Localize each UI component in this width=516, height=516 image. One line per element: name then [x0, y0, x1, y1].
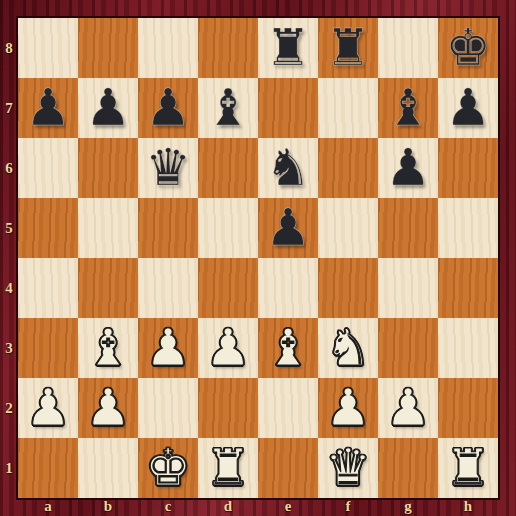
square-g1[interactable]	[378, 438, 438, 498]
square-f5[interactable]	[318, 198, 378, 258]
file-label-d: d	[198, 497, 258, 516]
square-d4[interactable]	[198, 258, 258, 318]
square-h5[interactable]	[438, 198, 498, 258]
square-f4[interactable]	[318, 258, 378, 318]
file-label-b: b	[78, 497, 138, 516]
square-e2[interactable]	[258, 378, 318, 438]
piece-black-knight-e6[interactable]: ♞	[265, 138, 311, 198]
square-b3[interactable]: ♝	[78, 318, 138, 378]
square-h4[interactable]	[438, 258, 498, 318]
file-label-c: c	[138, 497, 198, 516]
square-f6[interactable]	[318, 138, 378, 198]
square-f7[interactable]	[318, 78, 378, 138]
square-b4[interactable]	[78, 258, 138, 318]
piece-black-pawn-g6[interactable]: ♟	[385, 138, 431, 198]
piece-black-pawn-h7[interactable]: ♟	[445, 78, 491, 138]
square-e6[interactable]: ♞	[258, 138, 318, 198]
square-c8[interactable]	[138, 18, 198, 78]
square-a7[interactable]: ♟	[18, 78, 78, 138]
rank-label-5: 5	[0, 198, 18, 258]
square-a2[interactable]: ♟	[18, 378, 78, 438]
square-e3[interactable]: ♝	[258, 318, 318, 378]
square-e1[interactable]	[258, 438, 318, 498]
square-a3[interactable]	[18, 318, 78, 378]
square-b1[interactable]	[78, 438, 138, 498]
piece-black-bishop-d7[interactable]: ♝	[205, 78, 251, 138]
square-d7[interactable]: ♝	[198, 78, 258, 138]
square-h3[interactable]	[438, 318, 498, 378]
piece-black-pawn-c7[interactable]: ♟	[145, 78, 191, 138]
square-c4[interactable]	[138, 258, 198, 318]
square-h6[interactable]	[438, 138, 498, 198]
piece-white-bishop-e3[interactable]: ♝	[265, 318, 311, 378]
chess-board[interactable]: ♜♜♚♟♟♟♝♝♟♛♞♟♟♝♟♟♝♞♟♟♟♟♚♜♛♜	[18, 18, 498, 498]
piece-white-pawn-d3[interactable]: ♟	[205, 318, 251, 378]
square-g2[interactable]: ♟	[378, 378, 438, 438]
piece-black-pawn-a7[interactable]: ♟	[25, 78, 71, 138]
piece-black-pawn-e5[interactable]: ♟	[265, 198, 311, 258]
square-b6[interactable]	[78, 138, 138, 198]
piece-black-bishop-g7[interactable]: ♝	[385, 78, 431, 138]
square-h1[interactable]: ♜	[438, 438, 498, 498]
piece-white-pawn-a2[interactable]: ♟	[25, 378, 71, 438]
square-h7[interactable]: ♟	[438, 78, 498, 138]
square-a5[interactable]	[18, 198, 78, 258]
square-a1[interactable]	[18, 438, 78, 498]
square-b2[interactable]: ♟	[78, 378, 138, 438]
square-h8[interactable]: ♚	[438, 18, 498, 78]
square-d5[interactable]	[198, 198, 258, 258]
piece-white-queen-f1[interactable]: ♛	[325, 438, 371, 498]
square-f2[interactable]: ♟	[318, 378, 378, 438]
piece-white-pawn-b2[interactable]: ♟	[85, 378, 131, 438]
square-b5[interactable]	[78, 198, 138, 258]
square-g6[interactable]: ♟	[378, 138, 438, 198]
piece-white-pawn-g2[interactable]: ♟	[385, 378, 431, 438]
piece-white-knight-f3[interactable]: ♞	[325, 318, 371, 378]
rank-label-4: 4	[0, 258, 18, 318]
square-g4[interactable]	[378, 258, 438, 318]
piece-black-rook-f8[interactable]: ♜	[325, 18, 371, 78]
piece-black-king-h8[interactable]: ♚	[445, 18, 491, 78]
rank-label-7: 7	[0, 78, 18, 138]
square-a6[interactable]	[18, 138, 78, 198]
square-d2[interactable]	[198, 378, 258, 438]
square-d6[interactable]	[198, 138, 258, 198]
piece-white-king-c1[interactable]: ♚	[145, 438, 191, 498]
piece-black-queen-c6[interactable]: ♛	[145, 138, 191, 198]
square-e8[interactable]: ♜	[258, 18, 318, 78]
square-c3[interactable]: ♟	[138, 318, 198, 378]
square-b7[interactable]: ♟	[78, 78, 138, 138]
square-g8[interactable]	[378, 18, 438, 78]
square-d3[interactable]: ♟	[198, 318, 258, 378]
piece-black-pawn-b7[interactable]: ♟	[85, 78, 131, 138]
square-f8[interactable]: ♜	[318, 18, 378, 78]
square-c1[interactable]: ♚	[138, 438, 198, 498]
square-g3[interactable]	[378, 318, 438, 378]
rank-label-8: 8	[0, 18, 18, 78]
square-e7[interactable]	[258, 78, 318, 138]
square-g7[interactable]: ♝	[378, 78, 438, 138]
square-h2[interactable]	[438, 378, 498, 438]
square-e5[interactable]: ♟	[258, 198, 318, 258]
square-b8[interactable]	[78, 18, 138, 78]
rank-label-6: 6	[0, 138, 18, 198]
file-label-g: g	[378, 497, 438, 516]
file-label-f: f	[318, 497, 378, 516]
square-e4[interactable]	[258, 258, 318, 318]
file-label-e: e	[258, 497, 318, 516]
square-d1[interactable]: ♜	[198, 438, 258, 498]
piece-black-rook-e8[interactable]: ♜	[265, 18, 311, 78]
chess-board-screenshot: ♜♜♚♟♟♟♝♝♟♛♞♟♟♝♟♟♝♞♟♟♟♟♚♜♛♜ 87654321abcde…	[0, 0, 516, 516]
square-g5[interactable]	[378, 198, 438, 258]
square-f3[interactable]: ♞	[318, 318, 378, 378]
file-label-h: h	[438, 497, 498, 516]
square-c2[interactable]	[138, 378, 198, 438]
square-c7[interactable]: ♟	[138, 78, 198, 138]
square-c6[interactable]: ♛	[138, 138, 198, 198]
piece-white-pawn-c3[interactable]: ♟	[145, 318, 191, 378]
piece-white-bishop-b3[interactable]: ♝	[85, 318, 131, 378]
square-a8[interactable]	[18, 18, 78, 78]
piece-white-rook-h1[interactable]: ♜	[445, 438, 491, 498]
square-a4[interactable]	[18, 258, 78, 318]
square-f1[interactable]: ♛	[318, 438, 378, 498]
piece-white-rook-d1[interactable]: ♜	[205, 438, 251, 498]
rank-label-2: 2	[0, 378, 18, 438]
file-label-a: a	[18, 497, 78, 516]
rank-label-3: 3	[0, 318, 18, 378]
rank-label-1: 1	[0, 438, 18, 498]
piece-white-pawn-f2[interactable]: ♟	[325, 378, 371, 438]
square-c5[interactable]	[138, 198, 198, 258]
square-d8[interactable]	[198, 18, 258, 78]
